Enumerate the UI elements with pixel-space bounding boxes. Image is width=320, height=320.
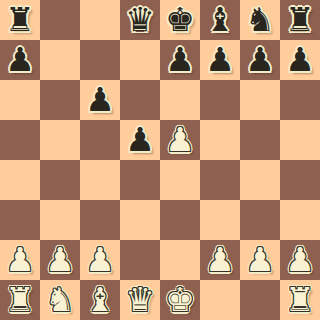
square-h1[interactable]: ♜ <box>280 280 320 320</box>
square-d4[interactable] <box>120 160 160 200</box>
white-pawn[interactable]: ♟ <box>205 240 235 280</box>
square-f5[interactable] <box>200 120 240 160</box>
black-bishop[interactable]: ♝ <box>205 0 235 40</box>
square-b5[interactable] <box>40 120 80 160</box>
square-a3[interactable] <box>0 200 40 240</box>
square-a8[interactable]: ♜ <box>0 0 40 40</box>
square-c4[interactable] <box>80 160 120 200</box>
square-h4[interactable] <box>280 160 320 200</box>
square-e1[interactable]: ♚ <box>160 280 200 320</box>
square-c6[interactable]: ♟ <box>80 80 120 120</box>
black-pawn[interactable]: ♟ <box>165 40 195 80</box>
square-b4[interactable] <box>40 160 80 200</box>
square-h5[interactable] <box>280 120 320 160</box>
square-h7[interactable]: ♟ <box>280 40 320 80</box>
square-g1[interactable] <box>240 280 280 320</box>
square-f3[interactable] <box>200 200 240 240</box>
square-g2[interactable]: ♟ <box>240 240 280 280</box>
white-knight[interactable]: ♞ <box>45 280 75 320</box>
square-h3[interactable] <box>280 200 320 240</box>
white-king[interactable]: ♚ <box>165 280 195 320</box>
square-b6[interactable] <box>40 80 80 120</box>
square-f4[interactable] <box>200 160 240 200</box>
square-f7[interactable]: ♟ <box>200 40 240 80</box>
square-e7[interactable]: ♟ <box>160 40 200 80</box>
square-c1[interactable]: ♝ <box>80 280 120 320</box>
white-pawn[interactable]: ♟ <box>285 240 315 280</box>
white-bishop[interactable]: ♝ <box>85 280 115 320</box>
square-a5[interactable] <box>0 120 40 160</box>
square-f2[interactable]: ♟ <box>200 240 240 280</box>
square-e2[interactable] <box>160 240 200 280</box>
square-h6[interactable] <box>280 80 320 120</box>
square-c5[interactable] <box>80 120 120 160</box>
black-pawn[interactable]: ♟ <box>5 40 35 80</box>
square-g6[interactable] <box>240 80 280 120</box>
square-f8[interactable]: ♝ <box>200 0 240 40</box>
square-b7[interactable] <box>40 40 80 80</box>
square-a2[interactable]: ♟ <box>0 240 40 280</box>
square-b3[interactable] <box>40 200 80 240</box>
square-c2[interactable]: ♟ <box>80 240 120 280</box>
square-d3[interactable] <box>120 200 160 240</box>
square-b8[interactable] <box>40 0 80 40</box>
black-pawn[interactable]: ♟ <box>245 40 275 80</box>
square-a6[interactable] <box>0 80 40 120</box>
square-c7[interactable] <box>80 40 120 80</box>
square-f6[interactable] <box>200 80 240 120</box>
square-g8[interactable]: ♞ <box>240 0 280 40</box>
square-c3[interactable] <box>80 200 120 240</box>
square-e6[interactable] <box>160 80 200 120</box>
square-e8[interactable]: ♚ <box>160 0 200 40</box>
white-rook[interactable]: ♜ <box>5 280 35 320</box>
square-g5[interactable] <box>240 120 280 160</box>
square-h2[interactable]: ♟ <box>280 240 320 280</box>
square-b2[interactable]: ♟ <box>40 240 80 280</box>
square-d7[interactable] <box>120 40 160 80</box>
black-rook[interactable]: ♜ <box>285 0 315 40</box>
white-queen[interactable]: ♛ <box>125 280 155 320</box>
white-rook[interactable]: ♜ <box>285 280 315 320</box>
square-d8[interactable]: ♛ <box>120 0 160 40</box>
chess-board: ♜♛♚♝♞♜♟♟♟♟♟♟♟♟♟♟♟♟♟♟♜♞♝♛♚♜ <box>0 0 320 320</box>
black-rook[interactable]: ♜ <box>5 0 35 40</box>
square-a1[interactable]: ♜ <box>0 280 40 320</box>
black-pawn[interactable]: ♟ <box>285 40 315 80</box>
white-pawn[interactable]: ♟ <box>5 240 35 280</box>
square-f1[interactable] <box>200 280 240 320</box>
square-a7[interactable]: ♟ <box>0 40 40 80</box>
square-g4[interactable] <box>240 160 280 200</box>
square-c8[interactable] <box>80 0 120 40</box>
square-d2[interactable] <box>120 240 160 280</box>
white-pawn[interactable]: ♟ <box>245 240 275 280</box>
black-pawn[interactable]: ♟ <box>125 120 155 160</box>
square-h8[interactable]: ♜ <box>280 0 320 40</box>
white-pawn[interactable]: ♟ <box>85 240 115 280</box>
square-e5[interactable]: ♟ <box>160 120 200 160</box>
black-knight[interactable]: ♞ <box>245 0 275 40</box>
black-pawn[interactable]: ♟ <box>85 80 115 120</box>
black-queen[interactable]: ♛ <box>125 0 155 40</box>
white-pawn[interactable]: ♟ <box>165 120 195 160</box>
square-b1[interactable]: ♞ <box>40 280 80 320</box>
white-pawn[interactable]: ♟ <box>45 240 75 280</box>
square-a4[interactable] <box>0 160 40 200</box>
square-g3[interactable] <box>240 200 280 240</box>
square-d1[interactable]: ♛ <box>120 280 160 320</box>
square-e3[interactable] <box>160 200 200 240</box>
square-d5[interactable]: ♟ <box>120 120 160 160</box>
black-pawn[interactable]: ♟ <box>205 40 235 80</box>
square-d6[interactable] <box>120 80 160 120</box>
black-king[interactable]: ♚ <box>165 0 195 40</box>
square-g7[interactable]: ♟ <box>240 40 280 80</box>
square-e4[interactable] <box>160 160 200 200</box>
